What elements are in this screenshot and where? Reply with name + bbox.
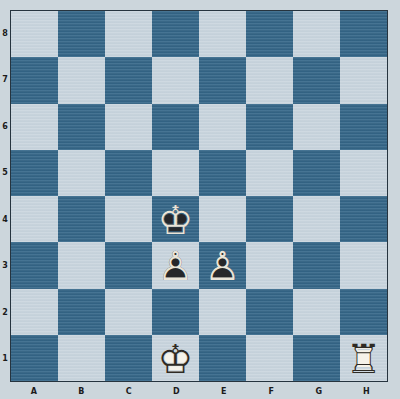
square-b3[interactable] bbox=[58, 242, 105, 288]
square-f5[interactable] bbox=[246, 150, 293, 196]
rank-labels: 87654321 bbox=[0, 10, 10, 382]
square-g6[interactable] bbox=[293, 104, 340, 150]
square-e4[interactable] bbox=[199, 196, 246, 242]
file-label-b: B bbox=[58, 383, 106, 399]
square-h5[interactable] bbox=[340, 150, 387, 196]
black-king[interactable]: ♚♔ bbox=[158, 200, 194, 240]
square-e2[interactable] bbox=[199, 289, 246, 335]
square-f6[interactable] bbox=[246, 104, 293, 150]
square-h4[interactable] bbox=[340, 196, 387, 242]
square-d6[interactable] bbox=[152, 104, 199, 150]
square-b6[interactable] bbox=[58, 104, 105, 150]
square-g1[interactable] bbox=[293, 335, 340, 381]
square-f4[interactable] bbox=[246, 196, 293, 242]
square-e7[interactable] bbox=[199, 57, 246, 103]
rank-label-5: 5 bbox=[0, 150, 10, 197]
square-f1[interactable] bbox=[246, 335, 293, 381]
square-a2[interactable] bbox=[11, 289, 58, 335]
rank-label-1: 1 bbox=[0, 336, 10, 383]
square-g8[interactable] bbox=[293, 11, 340, 57]
square-h8[interactable] bbox=[340, 11, 387, 57]
square-e6[interactable] bbox=[199, 104, 246, 150]
square-a5[interactable] bbox=[11, 150, 58, 196]
square-a3[interactable] bbox=[11, 242, 58, 288]
square-c3[interactable] bbox=[105, 242, 152, 288]
square-c6[interactable] bbox=[105, 104, 152, 150]
square-c7[interactable] bbox=[105, 57, 152, 103]
square-g3[interactable] bbox=[293, 242, 340, 288]
file-labels: ABCDEFGH bbox=[10, 383, 390, 399]
square-b4[interactable] bbox=[58, 196, 105, 242]
square-d4[interactable]: ♚♔ bbox=[152, 196, 199, 242]
rank-label-8: 8 bbox=[0, 10, 10, 57]
square-d3[interactable]: ♟♙ bbox=[152, 242, 199, 288]
square-c1[interactable] bbox=[105, 335, 152, 381]
square-g4[interactable] bbox=[293, 196, 340, 242]
white-rook[interactable]: ♜♖ bbox=[346, 339, 382, 379]
square-a4[interactable] bbox=[11, 196, 58, 242]
square-e8[interactable] bbox=[199, 11, 246, 57]
square-c5[interactable] bbox=[105, 150, 152, 196]
square-d7[interactable] bbox=[152, 57, 199, 103]
square-b7[interactable] bbox=[58, 57, 105, 103]
square-g5[interactable] bbox=[293, 150, 340, 196]
square-b8[interactable] bbox=[58, 11, 105, 57]
square-b2[interactable] bbox=[58, 289, 105, 335]
file-label-c: C bbox=[105, 383, 153, 399]
square-c2[interactable] bbox=[105, 289, 152, 335]
black-pawn[interactable]: ♟♙ bbox=[158, 246, 194, 286]
square-e5[interactable] bbox=[199, 150, 246, 196]
square-f8[interactable] bbox=[246, 11, 293, 57]
rank-label-7: 7 bbox=[0, 57, 10, 104]
square-d2[interactable] bbox=[152, 289, 199, 335]
square-b1[interactable] bbox=[58, 335, 105, 381]
square-e3[interactable]: ♟♙ bbox=[199, 242, 246, 288]
square-c8[interactable] bbox=[105, 11, 152, 57]
file-label-a: A bbox=[10, 383, 58, 399]
square-h2[interactable] bbox=[340, 289, 387, 335]
file-label-f: F bbox=[248, 383, 296, 399]
square-d5[interactable] bbox=[152, 150, 199, 196]
square-h1[interactable]: ♜♖ bbox=[340, 335, 387, 381]
square-f3[interactable] bbox=[246, 242, 293, 288]
square-h3[interactable] bbox=[340, 242, 387, 288]
rank-label-6: 6 bbox=[0, 103, 10, 150]
black-pawn[interactable]: ♟♙ bbox=[205, 246, 241, 286]
square-h6[interactable] bbox=[340, 104, 387, 150]
square-h7[interactable] bbox=[340, 57, 387, 103]
square-a7[interactable] bbox=[11, 57, 58, 103]
chess-diagram: 87654321 ♚♔♟♙♟♙♚♔♜♖ ABCDEFGH bbox=[0, 0, 400, 399]
square-f7[interactable] bbox=[246, 57, 293, 103]
rank-label-4: 4 bbox=[0, 196, 10, 243]
square-c4[interactable] bbox=[105, 196, 152, 242]
rank-label-3: 3 bbox=[0, 243, 10, 290]
square-f2[interactable] bbox=[246, 289, 293, 335]
square-a6[interactable] bbox=[11, 104, 58, 150]
white-king[interactable]: ♚♔ bbox=[158, 339, 194, 379]
square-b5[interactable] bbox=[58, 150, 105, 196]
square-a1[interactable] bbox=[11, 335, 58, 381]
square-e1[interactable] bbox=[199, 335, 246, 381]
square-g2[interactable] bbox=[293, 289, 340, 335]
chess-board[interactable]: ♚♔♟♙♟♙♚♔♜♖ bbox=[10, 10, 388, 382]
file-label-d: D bbox=[153, 383, 201, 399]
rank-label-2: 2 bbox=[0, 289, 10, 336]
square-g7[interactable] bbox=[293, 57, 340, 103]
square-d1[interactable]: ♚♔ bbox=[152, 335, 199, 381]
file-label-g: G bbox=[295, 383, 343, 399]
file-label-e: E bbox=[200, 383, 248, 399]
square-d8[interactable] bbox=[152, 11, 199, 57]
square-a8[interactable] bbox=[11, 11, 58, 57]
file-label-h: H bbox=[343, 383, 391, 399]
